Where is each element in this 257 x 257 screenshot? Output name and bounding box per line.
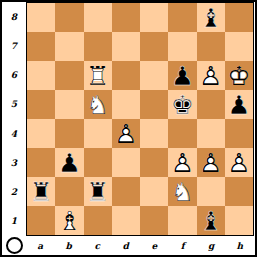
file-labels: abcdefgh bbox=[26, 236, 254, 255]
square-g3[interactable]: ♟♙ bbox=[197, 148, 225, 177]
file-label-h: h bbox=[226, 236, 255, 255]
piece-white-knight-c5: ♘ bbox=[84, 90, 112, 119]
square-f4[interactable] bbox=[168, 119, 196, 148]
rank-label-7: 7 bbox=[2, 31, 26, 60]
square-f7[interactable] bbox=[168, 32, 196, 61]
square-f3[interactable]: ♟♙ bbox=[168, 148, 196, 177]
square-g1[interactable]: ♝ bbox=[197, 206, 225, 235]
piece-black-bishop-g8: ♝ bbox=[197, 3, 225, 32]
square-c3[interactable] bbox=[84, 148, 112, 177]
square-f8[interactable] bbox=[168, 3, 196, 32]
side-to-move-indicator-cell bbox=[2, 236, 26, 255]
square-c6[interactable]: ♜♖ bbox=[84, 61, 112, 90]
piece-white-knight-fill-f2: ♞ bbox=[168, 177, 196, 206]
square-d4[interactable]: ♟♙ bbox=[112, 119, 140, 148]
square-f2[interactable]: ♞♘ bbox=[168, 177, 196, 206]
piece-white-pawn-fill-g3: ♟ bbox=[197, 148, 225, 177]
square-e8[interactable] bbox=[140, 3, 168, 32]
rank-label-2: 2 bbox=[2, 178, 26, 207]
piece-black-rook-a2: ♜ bbox=[27, 177, 55, 206]
white-to-move-indicator-icon bbox=[6, 237, 23, 254]
square-c1[interactable] bbox=[84, 206, 112, 235]
square-b8[interactable] bbox=[55, 3, 83, 32]
file-label-e: e bbox=[140, 236, 169, 255]
square-h1[interactable] bbox=[225, 206, 253, 235]
piece-white-pawn-g3: ♙ bbox=[197, 148, 225, 177]
square-c7[interactable] bbox=[84, 32, 112, 61]
file-label-d: d bbox=[112, 236, 141, 255]
rank-labels: 87654321 bbox=[2, 2, 26, 236]
square-f5[interactable]: ♚ bbox=[168, 90, 196, 119]
piece-black-pawn-f6: ♟ bbox=[168, 61, 196, 90]
square-d1[interactable] bbox=[112, 206, 140, 235]
square-g2[interactable] bbox=[197, 177, 225, 206]
piece-white-pawn-h3: ♙ bbox=[225, 148, 253, 177]
piece-white-knight-f2: ♘ bbox=[168, 177, 196, 206]
square-b1[interactable]: ♝♗ bbox=[55, 206, 83, 235]
square-g4[interactable] bbox=[197, 119, 225, 148]
square-b7[interactable] bbox=[55, 32, 83, 61]
square-d2[interactable] bbox=[112, 177, 140, 206]
rank-label-4: 4 bbox=[2, 119, 26, 148]
piece-white-pawn-fill-d4: ♟ bbox=[112, 119, 140, 148]
chess-diagram: 87654321 ♝♜♖♟♟♙♚♔♞♘♚♟♟♙♟♟♙♟♙♟♙♜♜♞♘♝♗♝ ab… bbox=[0, 0, 257, 257]
square-f6[interactable]: ♟ bbox=[168, 61, 196, 90]
square-g8[interactable]: ♝ bbox=[197, 3, 225, 32]
square-h6[interactable]: ♚♔ bbox=[225, 61, 253, 90]
file-label-b: b bbox=[55, 236, 84, 255]
square-g6[interactable]: ♟♙ bbox=[197, 61, 225, 90]
square-e3[interactable] bbox=[140, 148, 168, 177]
piece-white-knight-fill-c5: ♞ bbox=[84, 90, 112, 119]
square-a6[interactable] bbox=[27, 61, 55, 90]
square-e5[interactable] bbox=[140, 90, 168, 119]
square-g5[interactable] bbox=[197, 90, 225, 119]
square-g7[interactable] bbox=[197, 32, 225, 61]
square-b4[interactable] bbox=[55, 119, 83, 148]
square-a3[interactable] bbox=[27, 148, 55, 177]
rank-label-6: 6 bbox=[2, 61, 26, 90]
piece-white-rook-fill-c6: ♜ bbox=[84, 61, 112, 90]
square-h5[interactable]: ♟ bbox=[225, 90, 253, 119]
piece-white-pawn-fill-h3: ♟ bbox=[225, 148, 253, 177]
rank-label-8: 8 bbox=[2, 2, 26, 31]
rank-label-1: 1 bbox=[2, 207, 26, 236]
piece-white-king-h6: ♔ bbox=[225, 61, 253, 90]
piece-white-pawn-g6: ♙ bbox=[197, 61, 225, 90]
square-a8[interactable] bbox=[27, 3, 55, 32]
square-a1[interactable] bbox=[27, 206, 55, 235]
square-d5[interactable] bbox=[112, 90, 140, 119]
piece-white-king-fill-h6: ♚ bbox=[225, 61, 253, 90]
square-a5[interactable] bbox=[27, 90, 55, 119]
rank-label-3: 3 bbox=[2, 148, 26, 177]
square-c4[interactable] bbox=[84, 119, 112, 148]
square-f1[interactable] bbox=[168, 206, 196, 235]
square-d6[interactable] bbox=[112, 61, 140, 90]
square-c2[interactable]: ♜ bbox=[84, 177, 112, 206]
file-label-a: a bbox=[26, 236, 55, 255]
square-b2[interactable] bbox=[55, 177, 83, 206]
piece-white-pawn-f3: ♙ bbox=[168, 148, 196, 177]
square-h4[interactable] bbox=[225, 119, 253, 148]
square-d7[interactable] bbox=[112, 32, 140, 61]
square-e1[interactable] bbox=[140, 206, 168, 235]
square-d8[interactable] bbox=[112, 3, 140, 32]
square-e7[interactable] bbox=[140, 32, 168, 61]
piece-white-rook-c6: ♖ bbox=[84, 61, 112, 90]
square-c5[interactable]: ♞♘ bbox=[84, 90, 112, 119]
square-h7[interactable] bbox=[225, 32, 253, 61]
piece-white-bishop-b1: ♗ bbox=[55, 206, 83, 235]
file-label-c: c bbox=[83, 236, 112, 255]
square-e4[interactable] bbox=[140, 119, 168, 148]
square-b5[interactable] bbox=[55, 90, 83, 119]
square-e6[interactable] bbox=[140, 61, 168, 90]
file-label-f: f bbox=[169, 236, 198, 255]
square-b6[interactable] bbox=[55, 61, 83, 90]
square-a4[interactable] bbox=[27, 119, 55, 148]
square-h8[interactable] bbox=[225, 3, 253, 32]
piece-black-pawn-h5: ♟ bbox=[225, 90, 253, 119]
file-label-g: g bbox=[197, 236, 226, 255]
piece-black-pawn-b3: ♟ bbox=[55, 148, 83, 177]
square-h2[interactable] bbox=[225, 177, 253, 206]
piece-black-bishop-g1: ♝ bbox=[197, 206, 225, 235]
square-b3[interactable]: ♟ bbox=[55, 148, 83, 177]
piece-black-rook-c2: ♜ bbox=[84, 177, 112, 206]
square-a7[interactable] bbox=[27, 32, 55, 61]
piece-white-pawn-fill-f3: ♟ bbox=[168, 148, 196, 177]
square-e2[interactable] bbox=[140, 177, 168, 206]
board: ♝♜♖♟♟♙♚♔♞♘♚♟♟♙♟♟♙♟♙♟♙♜♜♞♘♝♗♝ bbox=[26, 2, 254, 236]
piece-black-king-f5: ♚ bbox=[168, 90, 196, 119]
square-c8[interactable] bbox=[84, 3, 112, 32]
rank-label-5: 5 bbox=[2, 90, 26, 119]
piece-white-bishop-fill-b1: ♝ bbox=[55, 206, 83, 235]
square-h3[interactable]: ♟♙ bbox=[225, 148, 253, 177]
square-a2[interactable]: ♜ bbox=[27, 177, 55, 206]
bottom-strip: abcdefgh bbox=[2, 236, 255, 255]
piece-white-pawn-d4: ♙ bbox=[112, 119, 140, 148]
square-d3[interactable] bbox=[112, 148, 140, 177]
piece-white-pawn-fill-g6: ♟ bbox=[197, 61, 225, 90]
